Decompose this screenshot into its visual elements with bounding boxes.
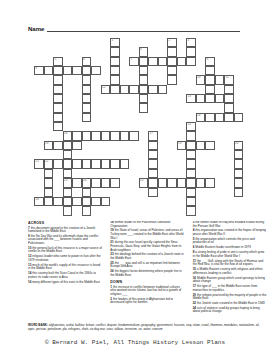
grid-background bbox=[63, 122, 73, 131]
grid-background bbox=[72, 150, 82, 159]
grid-cell[interactable] bbox=[129, 131, 139, 140]
grid-cell[interactable] bbox=[186, 131, 196, 140]
grid-cell[interactable] bbox=[82, 197, 92, 206]
grid-cell[interactable]: 26 bbox=[34, 197, 44, 206]
clue-column: Across7this document agreed to the creat… bbox=[28, 221, 102, 322]
grid-cell[interactable] bbox=[234, 188, 244, 197]
grid-cell[interactable] bbox=[53, 85, 63, 94]
grid-background bbox=[253, 122, 263, 131]
grid-cell[interactable]: 21 bbox=[34, 159, 44, 168]
grid-cell[interactable] bbox=[53, 113, 63, 122]
grid-background bbox=[224, 206, 234, 215]
grid-background bbox=[139, 38, 149, 47]
grid-cell[interactable] bbox=[82, 159, 92, 168]
grid-background bbox=[91, 75, 101, 84]
grid-background bbox=[167, 131, 177, 140]
grid-background bbox=[196, 47, 206, 56]
grid-background bbox=[129, 197, 139, 206]
grid-background bbox=[196, 150, 206, 159]
grid-background bbox=[101, 122, 111, 131]
grid-background bbox=[234, 131, 244, 140]
grid-cell[interactable] bbox=[120, 85, 130, 94]
grid-cell[interactable]: 17 bbox=[148, 131, 158, 140]
grid-background bbox=[120, 150, 130, 159]
cell-number: 17 bbox=[150, 132, 153, 135]
clue-item: 25the ___ was and still is an important … bbox=[110, 262, 184, 269]
grid-background bbox=[91, 113, 101, 122]
grid-cell[interactable] bbox=[72, 197, 82, 206]
cell-number: 12 bbox=[102, 86, 105, 89]
grid-cell[interactable] bbox=[72, 131, 82, 140]
grid-cell[interactable] bbox=[186, 188, 196, 197]
grid-cell[interactable] bbox=[224, 103, 234, 112]
grid-background bbox=[129, 188, 139, 197]
clue-number: 25 bbox=[110, 261, 113, 265]
grid-cell[interactable] bbox=[234, 178, 244, 187]
clue-number: 8 bbox=[193, 250, 195, 254]
grid-background bbox=[120, 206, 130, 215]
grid-cell[interactable] bbox=[82, 131, 92, 140]
clue-item: 11the ___ Gulf, along with the Straits o… bbox=[193, 260, 267, 267]
grid-cell[interactable]: 12 bbox=[101, 85, 111, 94]
grid-cell[interactable] bbox=[91, 66, 101, 75]
grid-background bbox=[91, 47, 101, 56]
grid-cell[interactable] bbox=[72, 141, 82, 150]
grid-cell[interactable] bbox=[120, 131, 130, 140]
crossword-grid[interactable]: 1234567891011121314151617181920212223242… bbox=[34, 38, 262, 216]
grid-background bbox=[234, 85, 244, 94]
grid-background bbox=[224, 169, 234, 178]
grid-cell[interactable] bbox=[110, 75, 120, 84]
grid-cell[interactable] bbox=[224, 85, 234, 94]
grid-cell[interactable] bbox=[205, 113, 215, 122]
grid-background bbox=[158, 188, 168, 197]
grid-background bbox=[243, 103, 253, 112]
grid-background bbox=[243, 94, 253, 103]
grid-background bbox=[253, 131, 263, 140]
grid-cell[interactable] bbox=[82, 103, 92, 112]
grid-cell[interactable] bbox=[167, 75, 177, 84]
grid-background bbox=[196, 85, 206, 94]
grid-background bbox=[148, 113, 158, 122]
grid-cell[interactable] bbox=[53, 122, 63, 131]
grid-cell[interactable] bbox=[63, 141, 73, 150]
grid-cell[interactable] bbox=[167, 66, 177, 75]
clue-item: 8a strong feeling of pride in one's coun… bbox=[193, 251, 267, 258]
grid-background bbox=[243, 206, 253, 215]
grid-cell[interactable] bbox=[205, 141, 215, 150]
grid-background bbox=[224, 188, 234, 197]
grid-background bbox=[186, 66, 196, 75]
grid-background bbox=[243, 178, 253, 187]
grid-cell[interactable] bbox=[148, 159, 158, 168]
grid-cell[interactable] bbox=[82, 66, 92, 75]
grid-background bbox=[129, 150, 139, 159]
word-bank: WORD BANK: afghanistan, arafat, balfour,… bbox=[28, 324, 265, 332]
grid-background bbox=[91, 169, 101, 178]
grid-cell[interactable]: 1 bbox=[110, 38, 120, 47]
grid-cell[interactable] bbox=[139, 57, 149, 66]
grid-background bbox=[167, 206, 177, 215]
grid-cell[interactable]: 23 bbox=[63, 178, 73, 187]
clue-item: 10the general lack of this resource is a… bbox=[28, 247, 102, 254]
grid-background bbox=[243, 159, 253, 168]
grid-cell[interactable]: 10 bbox=[196, 75, 206, 84]
grid-background bbox=[167, 141, 177, 150]
grid-background bbox=[139, 197, 149, 206]
grid-cell[interactable] bbox=[186, 197, 196, 206]
grid-cell[interactable]: 3 bbox=[186, 38, 196, 47]
across-header: Across bbox=[28, 221, 102, 225]
grid-background bbox=[243, 141, 253, 150]
grid-cell[interactable] bbox=[72, 66, 82, 75]
clue-item: 20the religion practiced by the majority… bbox=[193, 294, 267, 301]
grid-background bbox=[148, 66, 158, 75]
grid-background bbox=[196, 57, 206, 66]
grid-cell[interactable] bbox=[196, 141, 206, 150]
grid-background bbox=[110, 94, 120, 103]
clue-number: 2 bbox=[110, 297, 112, 301]
grid-background bbox=[120, 188, 130, 197]
grid-cell[interactable] bbox=[44, 188, 54, 197]
grid-background bbox=[101, 66, 111, 75]
grid-cell[interactable] bbox=[148, 169, 158, 178]
grid-background bbox=[177, 66, 187, 75]
grid-cell[interactable] bbox=[205, 75, 215, 84]
grid-cell[interactable] bbox=[186, 141, 196, 150]
grid-cell[interactable] bbox=[44, 197, 54, 206]
grid-cell[interactable] bbox=[110, 131, 120, 140]
grid-cell[interactable] bbox=[82, 85, 92, 94]
grid-cell[interactable] bbox=[82, 113, 92, 122]
grid-background bbox=[110, 188, 120, 197]
grid-cell[interactable] bbox=[63, 159, 73, 168]
down-header: Down bbox=[110, 280, 184, 284]
grid-background bbox=[158, 169, 168, 178]
clue-number: 7 bbox=[28, 226, 30, 230]
clue-number: 9 bbox=[28, 234, 30, 238]
clues-section: Across7this document agreed to the creat… bbox=[28, 221, 267, 322]
grid-cell[interactable] bbox=[63, 197, 73, 206]
grid-background bbox=[91, 57, 101, 66]
grid-cell[interactable] bbox=[186, 159, 196, 168]
grid-cell[interactable] bbox=[167, 47, 177, 56]
grid-background bbox=[215, 85, 225, 94]
grid-cell[interactable]: 8 bbox=[205, 57, 215, 66]
clue-number: 26 bbox=[110, 269, 113, 273]
grid-background bbox=[205, 38, 215, 47]
grid-cell[interactable] bbox=[63, 206, 73, 215]
grid-background bbox=[148, 197, 158, 206]
grid-background bbox=[63, 103, 73, 112]
grid-background bbox=[215, 57, 225, 66]
grid-background bbox=[72, 75, 82, 84]
grid-background bbox=[177, 169, 187, 178]
grid-cell[interactable] bbox=[72, 178, 82, 187]
grid-cell[interactable] bbox=[234, 159, 244, 168]
grid-cell[interactable] bbox=[139, 75, 149, 84]
grid-cell[interactable] bbox=[139, 94, 149, 103]
grid-cell[interactable] bbox=[215, 94, 225, 103]
grid-background bbox=[167, 169, 177, 178]
clue-number: 17 bbox=[193, 284, 196, 288]
grid-background bbox=[158, 150, 168, 159]
clue-item: 2the leaders of this group in Afghanista… bbox=[110, 298, 184, 305]
grid-background bbox=[101, 75, 111, 84]
grid-background bbox=[158, 113, 168, 122]
grid-cell[interactable] bbox=[44, 66, 54, 75]
grid-cell[interactable] bbox=[234, 169, 244, 178]
grid-background bbox=[224, 57, 234, 66]
grid-cell[interactable] bbox=[224, 94, 234, 103]
grid-background bbox=[72, 57, 82, 66]
grid-cell[interactable] bbox=[148, 57, 158, 66]
grid-cell[interactable] bbox=[110, 159, 120, 168]
grid-background bbox=[139, 141, 149, 150]
clue-item: 16Middle Eastern group which used uprisi… bbox=[193, 277, 267, 284]
clue-number: 23 bbox=[110, 252, 113, 256]
grid-cell[interactable] bbox=[148, 141, 158, 150]
grid-background bbox=[53, 47, 63, 56]
grid-cell[interactable] bbox=[53, 197, 63, 206]
grid-cell[interactable]: 24 bbox=[82, 178, 92, 187]
grid-cell[interactable] bbox=[91, 131, 101, 140]
grid-background bbox=[148, 103, 158, 112]
grid-background bbox=[34, 103, 44, 112]
grid-cell[interactable]: 15 bbox=[186, 122, 196, 131]
clue-item: 21during this war Israel quickly capture… bbox=[110, 241, 184, 252]
grid-background bbox=[72, 85, 82, 94]
grid-cell[interactable] bbox=[110, 47, 120, 56]
grid-cell[interactable] bbox=[186, 169, 196, 178]
grid-cell[interactable] bbox=[63, 169, 73, 178]
name-row: Name bbox=[28, 26, 240, 32]
grid-cell[interactable] bbox=[110, 66, 120, 75]
grid-background bbox=[167, 197, 177, 206]
cell-number: 10 bbox=[197, 76, 200, 79]
grid-cell[interactable]: 2 bbox=[167, 38, 177, 47]
grid-background bbox=[224, 122, 234, 131]
grid-cell[interactable] bbox=[148, 188, 158, 197]
grid-background bbox=[91, 85, 101, 94]
grid-cell[interactable] bbox=[158, 85, 168, 94]
grid-background bbox=[53, 38, 63, 47]
grid-background bbox=[120, 38, 130, 47]
cell-number: 20 bbox=[235, 142, 238, 145]
grid-cell[interactable] bbox=[177, 178, 187, 187]
grid-cell[interactable] bbox=[139, 66, 149, 75]
word-bank-words: afghanistan, arafat, balfour, britain, c… bbox=[28, 323, 260, 331]
clue-block: 3the former leader of Iraq who invaded K… bbox=[193, 221, 267, 314]
grid-background bbox=[205, 103, 215, 112]
grid-cell[interactable] bbox=[186, 57, 196, 66]
grid-cell[interactable] bbox=[91, 178, 101, 187]
grid-background bbox=[234, 103, 244, 112]
grid-background bbox=[72, 103, 82, 112]
grid-cell[interactable] bbox=[53, 159, 63, 168]
grid-cell[interactable] bbox=[148, 150, 158, 159]
grid-cell[interactable] bbox=[91, 197, 101, 206]
grid-cell[interactable] bbox=[110, 57, 120, 66]
grid-cell[interactable] bbox=[82, 75, 92, 84]
grid-cell[interactable]: 4 bbox=[139, 47, 149, 56]
grid-cell[interactable]: 9 bbox=[34, 66, 44, 75]
grid-cell[interactable] bbox=[215, 75, 225, 84]
grid-cell[interactable] bbox=[205, 85, 215, 94]
grid-cell[interactable] bbox=[110, 178, 120, 187]
grid-cell[interactable] bbox=[63, 66, 73, 75]
grid-cell[interactable] bbox=[91, 159, 101, 168]
grid-cell[interactable] bbox=[82, 94, 92, 103]
cell-number: 25 bbox=[140, 179, 143, 182]
grid-background bbox=[44, 57, 54, 66]
grid-background bbox=[196, 131, 206, 140]
grid-background bbox=[215, 206, 225, 215]
grid-cell[interactable] bbox=[72, 159, 82, 168]
grid-cell[interactable] bbox=[101, 131, 111, 140]
grid-cell[interactable] bbox=[53, 66, 63, 75]
grid-cell[interactable]: 14 bbox=[196, 113, 206, 122]
grid-background bbox=[243, 85, 253, 94]
clue-number: 12 bbox=[28, 254, 31, 258]
grid-background bbox=[177, 188, 187, 197]
grid-cell[interactable] bbox=[63, 150, 73, 159]
grid-cell[interactable] bbox=[101, 178, 111, 187]
grid-cell[interactable] bbox=[53, 94, 63, 103]
grid-cell[interactable] bbox=[120, 159, 130, 168]
grid-cell[interactable]: 25 bbox=[139, 178, 149, 187]
grid-cell[interactable] bbox=[234, 113, 244, 122]
grid-cell[interactable]: 5 bbox=[53, 57, 63, 66]
grid-background bbox=[101, 47, 111, 56]
grid-cell[interactable] bbox=[196, 94, 206, 103]
grid-background bbox=[243, 47, 253, 56]
grid-background bbox=[196, 103, 206, 112]
grid-background bbox=[34, 188, 44, 197]
grid-cell[interactable]: 13 bbox=[186, 94, 196, 103]
grid-background bbox=[110, 197, 120, 206]
grid-background bbox=[91, 150, 101, 159]
grid-background bbox=[44, 47, 54, 56]
grid-background bbox=[167, 188, 177, 197]
grid-cell[interactable] bbox=[148, 85, 158, 94]
grid-cell[interactable] bbox=[167, 178, 177, 187]
grid-cell[interactable] bbox=[63, 188, 73, 197]
grid-background bbox=[253, 141, 263, 150]
grid-background bbox=[253, 197, 263, 206]
grid-cell[interactable]: 11 bbox=[224, 75, 234, 84]
grid-cell[interactable] bbox=[158, 178, 168, 187]
grid-cell[interactable] bbox=[148, 178, 158, 187]
grid-cell[interactable] bbox=[110, 85, 120, 94]
cell-number: 26 bbox=[36, 198, 39, 201]
grid-background bbox=[253, 38, 263, 47]
grid-cell[interactable] bbox=[177, 57, 187, 66]
grid-cell[interactable]: 20 bbox=[234, 141, 244, 150]
grid-background bbox=[158, 159, 168, 168]
grid-cell[interactable] bbox=[215, 113, 225, 122]
grid-cell[interactable]: 6 bbox=[82, 57, 92, 66]
grid-background bbox=[224, 131, 234, 140]
grid-cell[interactable]: 22 bbox=[44, 159, 54, 168]
grid-background bbox=[129, 141, 139, 150]
grid-cell[interactable] bbox=[224, 113, 234, 122]
grid-cell[interactable] bbox=[44, 169, 54, 178]
grid-cell[interactable] bbox=[82, 206, 92, 215]
grid-cell[interactable]: 16 bbox=[63, 131, 73, 140]
grid-cell[interactable] bbox=[186, 206, 196, 215]
grid-background bbox=[215, 141, 225, 150]
grid-background bbox=[34, 75, 44, 84]
grid-background bbox=[205, 197, 215, 206]
grid-background bbox=[101, 206, 111, 215]
grid-cell[interactable] bbox=[186, 150, 196, 159]
grid-cell[interactable] bbox=[101, 159, 111, 168]
grid-background bbox=[72, 188, 82, 197]
grid-background bbox=[63, 47, 73, 56]
grid-cell[interactable] bbox=[158, 57, 168, 66]
grid-cell[interactable] bbox=[53, 141, 63, 150]
cell-number: 9 bbox=[36, 67, 38, 70]
cell-number: 23 bbox=[64, 179, 67, 182]
clue-number: 15 bbox=[193, 267, 196, 271]
grid-cell[interactable] bbox=[101, 197, 111, 206]
grid-background bbox=[253, 188, 263, 197]
grid-cell[interactable] bbox=[186, 178, 196, 187]
grid-cell[interactable] bbox=[53, 75, 63, 84]
grid-background bbox=[224, 150, 234, 159]
grid-cell[interactable]: 18 bbox=[44, 141, 54, 150]
grid-background bbox=[101, 103, 111, 112]
grid-cell[interactable] bbox=[139, 103, 149, 112]
grid-background bbox=[234, 75, 244, 84]
grid-cell[interactable] bbox=[129, 85, 139, 94]
grid-background bbox=[177, 113, 187, 122]
grid-cell[interactable] bbox=[44, 178, 54, 187]
grid-background bbox=[158, 197, 168, 206]
grid-background bbox=[253, 47, 263, 56]
grid-background bbox=[120, 75, 130, 84]
grid-cell[interactable] bbox=[234, 150, 244, 159]
grid-background bbox=[177, 75, 187, 84]
grid-cell[interactable]: 19 bbox=[177, 141, 187, 150]
grid-background bbox=[72, 113, 82, 122]
grid-background bbox=[91, 122, 101, 131]
grid-background bbox=[44, 75, 54, 84]
grid-cell[interactable] bbox=[196, 178, 206, 187]
grid-background bbox=[224, 141, 234, 150]
grid-cell[interactable] bbox=[53, 103, 63, 112]
grid-cell[interactable] bbox=[205, 94, 215, 103]
grid-cell[interactable] bbox=[205, 66, 215, 75]
grid-background bbox=[34, 150, 44, 159]
grid-cell[interactable] bbox=[205, 178, 215, 187]
grid-cell[interactable] bbox=[167, 57, 177, 66]
grid-background bbox=[243, 131, 253, 140]
name-blank-line[interactable] bbox=[47, 26, 240, 32]
grid-cell[interactable] bbox=[82, 188, 92, 197]
grid-background bbox=[177, 94, 187, 103]
grid-cell[interactable] bbox=[186, 47, 196, 56]
grid-cell[interactable] bbox=[139, 85, 149, 94]
clue-item: 7this document agreed to the creation of… bbox=[28, 227, 102, 234]
grid-background bbox=[44, 113, 54, 122]
grid-background bbox=[177, 197, 187, 206]
cell-number: 21 bbox=[36, 160, 39, 163]
grid-background bbox=[186, 75, 196, 84]
grid-background bbox=[186, 103, 196, 112]
grid-cell[interactable]: 7 bbox=[129, 57, 139, 66]
